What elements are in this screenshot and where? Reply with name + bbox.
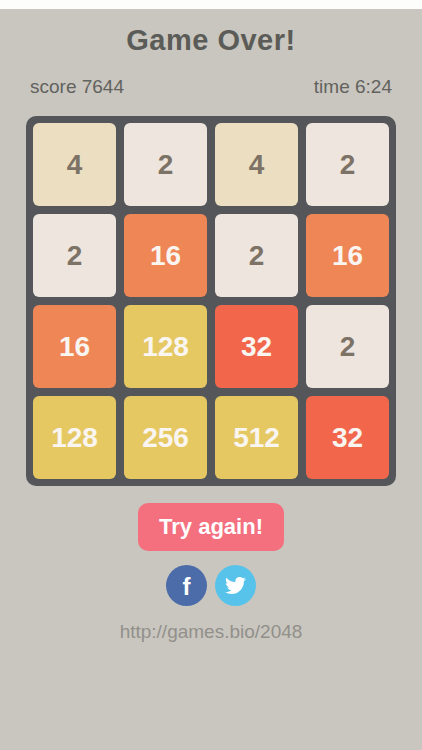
tile-32: 32 xyxy=(306,396,389,479)
twitter-share-button[interactable] xyxy=(215,565,256,606)
tile-2: 2 xyxy=(124,123,207,206)
game-url: http://games.bio/2048 xyxy=(0,621,422,643)
page-title: Game Over! xyxy=(0,24,422,57)
tile-128: 128 xyxy=(124,305,207,388)
tile-2: 2 xyxy=(215,214,298,297)
tile-2: 2 xyxy=(306,305,389,388)
tile-32: 32 xyxy=(215,305,298,388)
game-over-screen: Game Over! score 7644 time 6:24 42422162… xyxy=(0,0,422,750)
tile-16: 16 xyxy=(306,214,389,297)
status-bar-strip xyxy=(0,0,422,9)
tile-4: 4 xyxy=(33,123,116,206)
share-buttons: f xyxy=(0,565,422,606)
tile-128: 128 xyxy=(33,396,116,479)
tile-2: 2 xyxy=(306,123,389,206)
tile-16: 16 xyxy=(33,305,116,388)
tile-512: 512 xyxy=(215,396,298,479)
tile-4: 4 xyxy=(215,123,298,206)
board-2048: 42422162161612832212825651232 xyxy=(26,116,396,486)
time-text: time 6:24 xyxy=(314,76,392,98)
facebook-share-button[interactable]: f xyxy=(166,565,207,606)
score-text: score 7644 xyxy=(30,76,124,98)
twitter-bird-icon xyxy=(225,575,246,596)
tile-16: 16 xyxy=(124,214,207,297)
tile-2: 2 xyxy=(33,214,116,297)
try-again-button[interactable]: Try again! xyxy=(138,503,284,551)
facebook-icon: f xyxy=(183,575,191,599)
tile-256: 256 xyxy=(124,396,207,479)
